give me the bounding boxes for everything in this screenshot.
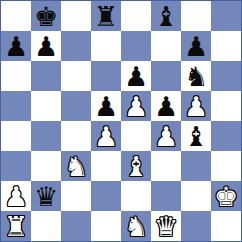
square-a6[interactable] xyxy=(1,61,31,91)
square-h7[interactable] xyxy=(211,31,241,61)
square-f5[interactable]: ♟ xyxy=(151,91,181,121)
square-f6[interactable] xyxy=(151,61,181,91)
white-pawn[interactable]: ♟ xyxy=(94,123,118,150)
square-e1[interactable]: ♞ xyxy=(121,211,151,241)
square-a1[interactable]: ♜ xyxy=(1,211,31,241)
square-f2[interactable] xyxy=(151,181,181,211)
square-h5[interactable] xyxy=(211,91,241,121)
square-g3[interactable] xyxy=(181,151,211,181)
square-h1[interactable] xyxy=(211,211,241,241)
square-f8[interactable]: ♝ xyxy=(151,1,181,31)
square-e8[interactable] xyxy=(121,1,151,31)
square-e5[interactable]: ♟ xyxy=(121,91,151,121)
square-a2[interactable]: ♟ xyxy=(1,181,31,211)
white-king[interactable]: ♚ xyxy=(214,183,238,210)
black-knight[interactable]: ♞ xyxy=(184,63,208,90)
square-h2[interactable]: ♚ xyxy=(211,181,241,211)
white-knight[interactable]: ♞ xyxy=(64,153,88,180)
square-c1[interactable] xyxy=(61,211,91,241)
square-b3[interactable] xyxy=(31,151,61,181)
white-pawn[interactable]: ♟ xyxy=(184,93,208,120)
square-e4[interactable] xyxy=(121,121,151,151)
square-e2[interactable] xyxy=(121,181,151,211)
square-f1[interactable]: ♛ xyxy=(151,211,181,241)
square-c3[interactable]: ♞ xyxy=(61,151,91,181)
square-a5[interactable] xyxy=(1,91,31,121)
black-pawn[interactable]: ♟ xyxy=(124,63,148,90)
square-d5[interactable]: ♟ xyxy=(91,91,121,121)
white-pawn[interactable]: ♟ xyxy=(154,123,178,150)
square-c4[interactable] xyxy=(61,121,91,151)
black-pawn[interactable]: ♟ xyxy=(4,33,28,60)
black-pawn[interactable]: ♟ xyxy=(154,93,178,120)
square-h6[interactable] xyxy=(211,61,241,91)
square-b8[interactable]: ♚ xyxy=(31,1,61,31)
white-knight[interactable]: ♞ xyxy=(124,213,148,240)
square-e3[interactable]: ♝ xyxy=(121,151,151,181)
square-c6[interactable] xyxy=(61,61,91,91)
square-g7[interactable]: ♟ xyxy=(181,31,211,61)
white-bishop[interactable]: ♝ xyxy=(124,153,148,180)
square-a7[interactable]: ♟ xyxy=(1,31,31,61)
square-b6[interactable] xyxy=(31,61,61,91)
square-b2[interactable]: ♛ xyxy=(31,181,61,211)
square-c2[interactable] xyxy=(61,181,91,211)
square-d8[interactable]: ♜ xyxy=(91,1,121,31)
square-d2[interactable] xyxy=(91,181,121,211)
square-e7[interactable] xyxy=(121,31,151,61)
square-f4[interactable]: ♟ xyxy=(151,121,181,151)
square-g4[interactable]: ♝ xyxy=(181,121,211,151)
black-pawn[interactable]: ♟ xyxy=(34,33,58,60)
square-h8[interactable] xyxy=(211,1,241,31)
square-a8[interactable] xyxy=(1,1,31,31)
square-b5[interactable] xyxy=(31,91,61,121)
square-f7[interactable] xyxy=(151,31,181,61)
black-rook[interactable]: ♜ xyxy=(94,3,118,30)
square-c8[interactable] xyxy=(61,1,91,31)
square-g6[interactable]: ♞ xyxy=(181,61,211,91)
square-d1[interactable] xyxy=(91,211,121,241)
square-g1[interactable] xyxy=(181,211,211,241)
black-bishop[interactable]: ♝ xyxy=(154,3,178,30)
black-bishop[interactable]: ♝ xyxy=(184,123,208,150)
square-c7[interactable] xyxy=(61,31,91,61)
square-b7[interactable]: ♟ xyxy=(31,31,61,61)
square-b1[interactable] xyxy=(31,211,61,241)
square-d4[interactable]: ♟ xyxy=(91,121,121,151)
square-g2[interactable] xyxy=(181,181,211,211)
square-g8[interactable] xyxy=(181,1,211,31)
square-d3[interactable] xyxy=(91,151,121,181)
square-a3[interactable] xyxy=(1,151,31,181)
black-pawn[interactable]: ♟ xyxy=(184,33,208,60)
square-g5[interactable]: ♟ xyxy=(181,91,211,121)
black-king[interactable]: ♚ xyxy=(34,3,58,30)
chess-board: ♚♜♝♟♟♟♟♞♟♟♟♟♟♟♝♞♝♟♛♚♜♞♛ xyxy=(0,0,242,242)
black-pawn[interactable]: ♟ xyxy=(94,93,118,120)
square-a4[interactable] xyxy=(1,121,31,151)
white-pawn[interactable]: ♟ xyxy=(4,183,28,210)
white-queen[interactable]: ♛ xyxy=(154,213,178,240)
square-b4[interactable] xyxy=(31,121,61,151)
white-rook[interactable]: ♜ xyxy=(4,213,28,240)
square-d7[interactable] xyxy=(91,31,121,61)
black-queen[interactable]: ♛ xyxy=(34,183,58,210)
square-c5[interactable] xyxy=(61,91,91,121)
square-d6[interactable] xyxy=(91,61,121,91)
square-e6[interactable]: ♟ xyxy=(121,61,151,91)
square-h3[interactable] xyxy=(211,151,241,181)
square-f3[interactable] xyxy=(151,151,181,181)
square-h4[interactable] xyxy=(211,121,241,151)
white-pawn[interactable]: ♟ xyxy=(124,93,148,120)
